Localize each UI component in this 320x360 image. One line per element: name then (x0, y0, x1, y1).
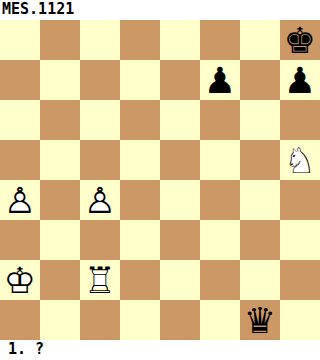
square-g2[interactable] (240, 260, 280, 300)
square-d5[interactable] (120, 140, 160, 180)
square-d6[interactable] (120, 100, 160, 140)
black-pawn: ♟ (200, 60, 240, 100)
white-king: ♚♔ (0, 260, 40, 300)
square-c7[interactable] (80, 60, 120, 100)
square-f4[interactable] (200, 180, 240, 220)
square-a7[interactable] (0, 60, 40, 100)
square-c6[interactable] (80, 100, 120, 140)
square-a3[interactable] (0, 220, 40, 260)
square-e6[interactable] (160, 100, 200, 140)
square-d3[interactable] (120, 220, 160, 260)
square-b4[interactable] (40, 180, 80, 220)
square-b8[interactable] (40, 20, 80, 60)
square-e2[interactable] (160, 260, 200, 300)
square-h7[interactable]: ♟ (280, 60, 320, 100)
square-c3[interactable] (80, 220, 120, 260)
square-b6[interactable] (40, 100, 80, 140)
square-g6[interactable] (240, 100, 280, 140)
white-pawn: ♟♙ (80, 180, 120, 220)
square-a6[interactable] (0, 100, 40, 140)
square-c1[interactable] (80, 300, 120, 340)
square-b5[interactable] (40, 140, 80, 180)
square-h2[interactable] (280, 260, 320, 300)
square-d1[interactable] (120, 300, 160, 340)
square-f6[interactable] (200, 100, 240, 140)
square-c2[interactable]: ♜♖ (80, 260, 120, 300)
square-b3[interactable] (40, 220, 80, 260)
square-a4[interactable]: ♟♙ (0, 180, 40, 220)
square-h6[interactable] (280, 100, 320, 140)
square-g7[interactable] (240, 60, 280, 100)
square-a5[interactable] (0, 140, 40, 180)
square-f7[interactable]: ♟ (200, 60, 240, 100)
square-e7[interactable] (160, 60, 200, 100)
square-g8[interactable] (240, 20, 280, 60)
square-f1[interactable] (200, 300, 240, 340)
square-h8[interactable]: ♚ (280, 20, 320, 60)
square-d4[interactable] (120, 180, 160, 220)
square-c5[interactable] (80, 140, 120, 180)
square-f8[interactable] (200, 20, 240, 60)
square-c4[interactable]: ♟♙ (80, 180, 120, 220)
square-e4[interactable] (160, 180, 200, 220)
square-a1[interactable] (0, 300, 40, 340)
square-h1[interactable] (280, 300, 320, 340)
square-h4[interactable] (280, 180, 320, 220)
square-f5[interactable] (200, 140, 240, 180)
diagram-title: MES.1121 (0, 0, 320, 20)
move-prompt: 1. ? (0, 340, 320, 360)
square-d8[interactable] (120, 20, 160, 60)
white-knight: ♞♘ (280, 140, 320, 180)
chess-board: ♚♟♟♞♘♟♙♟♙♚♔♜♖♛ (0, 20, 320, 340)
square-g3[interactable] (240, 220, 280, 260)
square-e5[interactable] (160, 140, 200, 180)
square-g4[interactable] (240, 180, 280, 220)
square-h3[interactable] (280, 220, 320, 260)
square-a8[interactable] (0, 20, 40, 60)
square-g1[interactable]: ♛ (240, 300, 280, 340)
square-b7[interactable] (40, 60, 80, 100)
black-king: ♚ (280, 20, 320, 60)
square-b1[interactable] (40, 300, 80, 340)
square-f2[interactable] (200, 260, 240, 300)
square-c8[interactable] (80, 20, 120, 60)
square-d7[interactable] (120, 60, 160, 100)
square-b2[interactable] (40, 260, 80, 300)
black-queen: ♛ (240, 300, 280, 340)
black-pawn: ♟ (280, 60, 320, 100)
square-f3[interactable] (200, 220, 240, 260)
white-rook: ♜♖ (80, 260, 120, 300)
square-h5[interactable]: ♞♘ (280, 140, 320, 180)
square-e3[interactable] (160, 220, 200, 260)
square-e1[interactable] (160, 300, 200, 340)
square-g5[interactable] (240, 140, 280, 180)
square-d2[interactable] (120, 260, 160, 300)
square-e8[interactable] (160, 20, 200, 60)
white-pawn: ♟♙ (0, 180, 40, 220)
square-a2[interactable]: ♚♔ (0, 260, 40, 300)
